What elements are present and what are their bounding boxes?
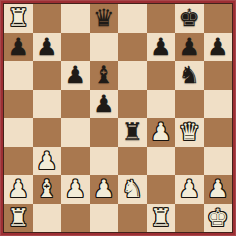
square-g6[interactable]: ♞ [175, 61, 204, 90]
square-a4[interactable] [4, 118, 33, 147]
square-h5[interactable] [204, 90, 233, 119]
white-knight-piece[interactable]: ♞ [121, 175, 143, 203]
square-a1[interactable]: ♜ [4, 204, 33, 233]
square-g7[interactable]: ♟ [175, 33, 204, 62]
white-queen-piece[interactable]: ♛ [178, 118, 200, 146]
white-king-piece[interactable]: ♚ [207, 204, 229, 232]
square-a2[interactable]: ♟ [4, 175, 33, 204]
white-pawn-piece[interactable]: ♟ [93, 175, 115, 203]
white-rook-piece[interactable]: ♜ [7, 204, 29, 232]
square-d3[interactable] [90, 147, 119, 176]
square-h8[interactable] [204, 4, 233, 33]
square-h1[interactable]: ♚ [204, 204, 233, 233]
square-c7[interactable] [61, 33, 90, 62]
board-frame: ♜♛♚♟♟♟♟♟♟♝♞♟♜♟♛♟♟♝♟♟♞♟♟♜♜♚ [0, 0, 236, 236]
square-d8[interactable]: ♛ [90, 4, 119, 33]
square-g5[interactable] [175, 90, 204, 119]
square-c5[interactable] [61, 90, 90, 119]
white-bishop-piece[interactable]: ♝ [36, 175, 58, 203]
square-h3[interactable] [204, 147, 233, 176]
square-b4[interactable] [33, 118, 62, 147]
white-pawn-piece[interactable]: ♟ [36, 147, 58, 175]
square-b5[interactable] [33, 90, 62, 119]
black-pawn-piece[interactable]: ♟ [7, 33, 29, 61]
square-e1[interactable] [118, 204, 147, 233]
square-a6[interactable] [4, 61, 33, 90]
black-pawn-piece[interactable]: ♟ [64, 61, 86, 89]
square-g1[interactable] [175, 204, 204, 233]
black-queen-piece[interactable]: ♛ [93, 4, 115, 32]
white-pawn-piece[interactable]: ♟ [64, 175, 86, 203]
square-a7[interactable]: ♟ [4, 33, 33, 62]
square-d6[interactable]: ♝ [90, 61, 119, 90]
square-e2[interactable]: ♞ [118, 175, 147, 204]
square-f3[interactable] [147, 147, 176, 176]
square-f1[interactable]: ♜ [147, 204, 176, 233]
square-c6[interactable]: ♟ [61, 61, 90, 90]
square-b3[interactable]: ♟ [33, 147, 62, 176]
white-pawn-piece[interactable]: ♟ [178, 175, 200, 203]
square-a5[interactable] [4, 90, 33, 119]
black-pawn-piece[interactable]: ♟ [93, 90, 115, 118]
square-h7[interactable]: ♟ [204, 33, 233, 62]
square-b8[interactable] [33, 4, 62, 33]
square-c3[interactable] [61, 147, 90, 176]
square-b7[interactable]: ♟ [33, 33, 62, 62]
square-h4[interactable] [204, 118, 233, 147]
square-e5[interactable] [118, 90, 147, 119]
square-f5[interactable] [147, 90, 176, 119]
square-d7[interactable] [90, 33, 119, 62]
square-g4[interactable]: ♛ [175, 118, 204, 147]
square-c1[interactable] [61, 204, 90, 233]
chess-board: ♜♛♚♟♟♟♟♟♟♝♞♟♜♟♛♟♟♝♟♟♞♟♟♜♜♚ [4, 4, 232, 232]
square-f6[interactable] [147, 61, 176, 90]
square-f4[interactable]: ♟ [147, 118, 176, 147]
white-pawn-piece[interactable]: ♟ [7, 175, 29, 203]
square-b1[interactable] [33, 204, 62, 233]
square-d2[interactable]: ♟ [90, 175, 119, 204]
square-h6[interactable] [204, 61, 233, 90]
square-c8[interactable] [61, 4, 90, 33]
square-g3[interactable] [175, 147, 204, 176]
square-e7[interactable] [118, 33, 147, 62]
black-knight-piece[interactable]: ♞ [178, 61, 200, 89]
square-d1[interactable] [90, 204, 119, 233]
square-c4[interactable] [61, 118, 90, 147]
square-f2[interactable] [147, 175, 176, 204]
black-bishop-piece[interactable]: ♝ [93, 61, 115, 89]
square-a8[interactable]: ♜ [4, 4, 33, 33]
black-pawn-piece[interactable]: ♟ [178, 33, 200, 61]
square-d5[interactable]: ♟ [90, 90, 119, 119]
white-pawn-piece[interactable]: ♟ [150, 118, 172, 146]
white-rook-piece[interactable]: ♜ [7, 4, 29, 32]
square-g8[interactable]: ♚ [175, 4, 204, 33]
square-e3[interactable] [118, 147, 147, 176]
black-king-piece[interactable]: ♚ [178, 4, 200, 32]
square-f7[interactable]: ♟ [147, 33, 176, 62]
square-g2[interactable]: ♟ [175, 175, 204, 204]
square-c2[interactable]: ♟ [61, 175, 90, 204]
square-h2[interactable]: ♟ [204, 175, 233, 204]
square-d4[interactable] [90, 118, 119, 147]
white-pawn-piece[interactable]: ♟ [207, 175, 229, 203]
black-pawn-piece[interactable]: ♟ [150, 33, 172, 61]
square-b6[interactable] [33, 61, 62, 90]
square-e4[interactable]: ♜ [118, 118, 147, 147]
black-rook-piece[interactable]: ♜ [121, 118, 143, 146]
square-f8[interactable] [147, 4, 176, 33]
black-pawn-piece[interactable]: ♟ [36, 33, 58, 61]
square-b2[interactable]: ♝ [33, 175, 62, 204]
square-a3[interactable] [4, 147, 33, 176]
black-pawn-piece[interactable]: ♟ [207, 33, 229, 61]
square-e6[interactable] [118, 61, 147, 90]
square-e8[interactable] [118, 4, 147, 33]
white-rook-piece[interactable]: ♜ [150, 204, 172, 232]
